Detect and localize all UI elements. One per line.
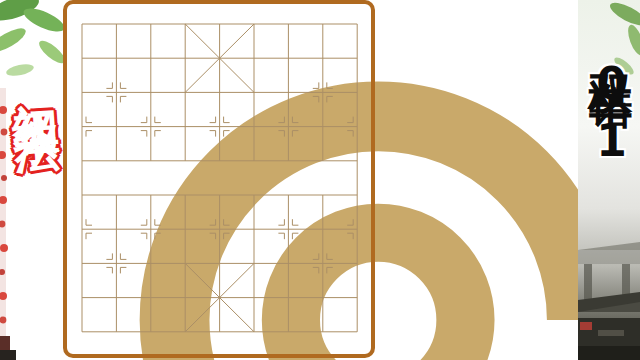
left-strip-title: 初级杀法 <box>0 64 63 100</box>
bamboo-photo-backdrop <box>0 0 63 360</box>
xiangqi-board[interactable]: 楚 河 汉 界 象棋 象士將士砲車馬相車仕帥仕相車 123456789九八七六五… <box>63 0 375 358</box>
video-frame: 初级杀法 楚 河 汉 界 象棋 象士將士砲車馬相車仕帥仕相車 123456789… <box>0 0 640 360</box>
right-title-strip: 双车错01 <box>578 0 640 360</box>
right-strip-title: 双车错01 <box>581 40 639 172</box>
left-title-strip: 初级杀法 <box>0 0 63 360</box>
board-grid <box>67 4 371 360</box>
